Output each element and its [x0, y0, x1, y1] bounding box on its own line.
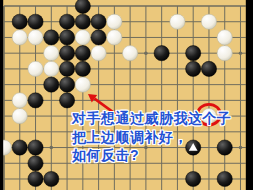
white-stone — [12, 93, 27, 108]
black-stone — [75, 46, 90, 61]
black-stone — [44, 30, 59, 45]
black-stone — [186, 46, 201, 61]
black-stone — [201, 61, 216, 76]
video-frame: 对手想通过威胁我这个子 把上边顺调补好， 如何反击? — [0, 0, 253, 190]
black-stone — [75, 14, 90, 29]
caption-line-2: 把上边顺调补好， — [72, 128, 232, 147]
black-stone — [59, 93, 74, 108]
black-stone — [28, 140, 43, 155]
black-stone — [75, 61, 90, 76]
black-stone — [28, 156, 43, 171]
black-stone — [186, 61, 201, 76]
white-stone — [217, 30, 232, 45]
black-stone — [75, 0, 90, 14]
black-stone — [28, 93, 43, 108]
black-stone — [59, 77, 74, 92]
black-stone — [44, 171, 59, 186]
black-stone — [12, 140, 27, 155]
black-stone — [59, 46, 74, 61]
white-stone — [107, 14, 122, 29]
white-stone — [28, 30, 43, 45]
black-stone — [59, 14, 74, 29]
star-point — [49, 146, 53, 150]
white-stone — [75, 77, 90, 92]
white-stone — [44, 46, 59, 61]
black-stone — [91, 30, 106, 45]
black-stone — [154, 46, 169, 61]
white-stone — [28, 61, 43, 76]
white-stone — [12, 108, 27, 123]
star-point — [239, 146, 243, 150]
black-stone — [28, 171, 43, 186]
caption-line-3: 如何反击? — [72, 146, 232, 165]
black-stone — [28, 14, 43, 29]
white-stone — [91, 46, 106, 61]
black-stone — [59, 30, 74, 45]
caption-line-1: 对手想通过威胁我这个子 — [72, 109, 232, 128]
white-stone — [107, 30, 122, 45]
black-stone — [186, 171, 201, 186]
pillarbox-right — [246, 0, 253, 190]
white-stone — [123, 46, 138, 61]
caption: 对手想通过威胁我这个子 把上边顺调补好， 如何反击? — [72, 109, 232, 165]
black-stone — [91, 14, 106, 29]
white-stone — [217, 46, 232, 61]
white-stone — [170, 14, 185, 29]
black-stone — [217, 171, 232, 186]
star-point — [239, 51, 243, 55]
white-stone — [12, 30, 27, 45]
white-stone — [75, 30, 90, 45]
black-stone — [12, 14, 27, 29]
white-stone — [201, 14, 216, 29]
black-stone — [44, 77, 59, 92]
star-point — [144, 51, 148, 55]
black-stone — [59, 61, 74, 76]
pillarbox-left — [0, 0, 3, 190]
white-stone — [44, 61, 59, 76]
